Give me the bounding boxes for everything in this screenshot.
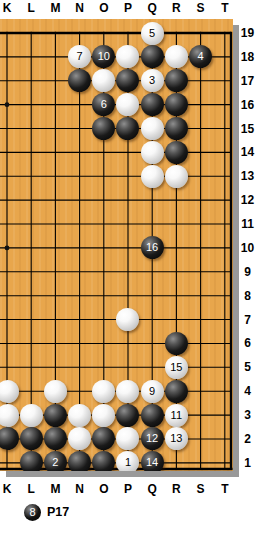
stone-Q16-black [141, 93, 164, 116]
stone-O2-black [92, 427, 115, 450]
stone-K3-white [0, 404, 19, 427]
column-label-P-bottom: P [124, 482, 132, 496]
row-label-14: 14 [240, 145, 255, 159]
stone-O18-black-move-10: 10 [92, 45, 115, 68]
row-label-1: 1 [240, 456, 255, 470]
column-label-M-bottom: M [50, 482, 60, 496]
move-number-label: 2 [52, 457, 58, 468]
move-annotation: 8 P17 [24, 503, 69, 521]
stone-Q18-black [141, 45, 164, 68]
move-number-label: 3 [149, 75, 155, 86]
stone-Q15-white [141, 117, 164, 140]
stone-R5-white-move-15: 15 [165, 356, 188, 379]
stone-R3-white-move-11: 11 [165, 404, 188, 427]
stone-R2-white-move-13: 13 [165, 427, 188, 450]
row-labels: 19181716151413121110987654321 [240, 19, 256, 471]
column-label-S-bottom: S [197, 482, 205, 496]
stone-R18-white [165, 45, 188, 68]
stone-S18-black-move-4: 4 [189, 45, 212, 68]
row-label-4: 4 [240, 384, 255, 398]
column-labels-top: KLMNOPQRST [0, 0, 233, 18]
stone-Q19-white-move-5: 5 [141, 22, 164, 45]
column-label-T-top: T [221, 1, 228, 15]
stone-P15-black [116, 117, 139, 140]
move-number-label: 11 [171, 410, 182, 421]
stone-R17-black [165, 69, 188, 92]
stone-N3-white [68, 404, 91, 427]
row-label-12: 12 [240, 193, 255, 207]
move-number-label: 7 [77, 51, 83, 62]
stone-P4-white [116, 380, 139, 403]
stone-O1-black [92, 451, 115, 471]
row-label-19: 19 [240, 26, 255, 40]
stone-R13-white [165, 165, 188, 188]
stone-Q3-black [141, 404, 164, 427]
stone-Q17-white-move-3: 3 [141, 69, 164, 92]
stone-R16-black [165, 93, 188, 116]
stone-L1-black [20, 451, 43, 471]
go-kifu-diagram: KLMNOPQRST 5710436161591112132114 191817… [0, 0, 260, 537]
column-label-R-bottom: R [172, 482, 181, 496]
row-label-3: 3 [240, 408, 255, 422]
stone-R14-black [165, 141, 188, 164]
stone-K2-black [0, 427, 19, 450]
row-label-9: 9 [240, 265, 255, 279]
move-number-label: 6 [101, 99, 107, 110]
stone-Q1-black-move-14: 14 [141, 451, 164, 471]
move-number-label: 9 [149, 386, 155, 397]
row-label-16: 16 [240, 98, 255, 112]
stone-P3-black [116, 404, 139, 427]
stone-O17-white [92, 69, 115, 92]
stone-P17-black [116, 69, 139, 92]
row-label-18: 18 [240, 50, 255, 64]
stone-N18-white-move-7: 7 [68, 45, 91, 68]
stone-R6-black [165, 332, 188, 355]
move-number-label: 10 [98, 51, 110, 62]
stone-L3-white [20, 404, 43, 427]
column-label-R-top: R [172, 1, 181, 15]
go-board: 5710436161591112132114 [0, 19, 233, 471]
row-label-2: 2 [240, 432, 255, 446]
column-label-N-bottom: N [75, 482, 84, 496]
stone-O3-white [92, 404, 115, 427]
annotation-coordinate: P17 [47, 505, 69, 519]
stone-Q14-white [141, 141, 164, 164]
stone-Q2-black-move-12: 12 [141, 427, 164, 450]
stone-P2-white [116, 427, 139, 450]
column-labels-bottom: KLMNOPQRST [0, 481, 233, 499]
annotation-move-number: 8 [29, 507, 35, 518]
stone-M1-black-move-2: 2 [44, 451, 67, 471]
row-label-15: 15 [240, 122, 255, 136]
stone-O15-black [92, 117, 115, 140]
stone-R15-black [165, 117, 188, 140]
row-label-8: 8 [240, 289, 255, 303]
move-number-label: 16 [146, 242, 158, 253]
stone-N1-black [68, 451, 91, 471]
move-number-label: 5 [149, 28, 155, 39]
move-number-label: 15 [170, 362, 182, 373]
column-label-L-top: L [28, 1, 35, 15]
row-label-5: 5 [240, 360, 255, 374]
column-label-L-bottom: L [28, 482, 35, 496]
stone-Q4-white-move-9: 9 [141, 380, 164, 403]
stone-O16-black-move-6: 6 [92, 93, 115, 116]
annotation-black-stone-icon: 8 [24, 504, 41, 521]
stone-K4-white [0, 380, 19, 403]
column-label-T-bottom: T [221, 482, 228, 496]
row-label-11: 11 [240, 217, 255, 231]
stone-P1-white-move-1: 1 [116, 451, 139, 471]
column-label-S-top: S [197, 1, 205, 15]
move-number-label: 14 [146, 457, 158, 468]
row-label-17: 17 [240, 74, 255, 88]
column-label-N-top: N [75, 1, 84, 15]
column-label-O-top: O [99, 1, 108, 15]
column-label-Q-top: Q [148, 1, 157, 15]
column-label-M-top: M [50, 1, 60, 15]
row-label-6: 6 [240, 336, 255, 350]
move-number-label: 4 [197, 51, 203, 62]
stone-Q10-black-move-16: 16 [141, 236, 164, 259]
stone-O4-white [92, 380, 115, 403]
stone-N17-black [68, 69, 91, 92]
stone-P16-white [116, 93, 139, 116]
stone-Q13-white [141, 165, 164, 188]
stone-L2-black [20, 427, 43, 450]
stone-M3-black [44, 404, 67, 427]
stone-M2-black [44, 427, 67, 450]
column-label-K-bottom: K [3, 482, 12, 496]
move-number-label: 1 [125, 457, 131, 468]
stone-M4-white [44, 380, 67, 403]
stone-P18-white [116, 45, 139, 68]
row-label-10: 10 [240, 241, 255, 255]
column-label-Q-bottom: Q [148, 482, 157, 496]
stones-layer: 5710436161591112132114 [0, 21, 233, 471]
column-label-P-top: P [124, 1, 132, 15]
move-number-label: 12 [146, 433, 158, 444]
move-number-label: 13 [170, 433, 182, 444]
stone-R4-black [165, 380, 188, 403]
stone-N2-white [68, 427, 91, 450]
row-label-7: 7 [240, 313, 255, 327]
row-label-13: 13 [240, 169, 255, 183]
stone-P7-white [116, 308, 139, 331]
column-label-O-bottom: O [99, 482, 108, 496]
column-label-K-top: K [3, 1, 12, 15]
